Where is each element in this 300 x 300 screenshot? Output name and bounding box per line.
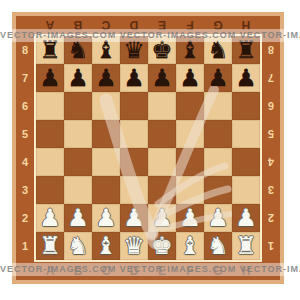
rank-label-left-6: 6	[16, 92, 34, 120]
square-e3	[148, 176, 176, 204]
square-b5	[64, 120, 92, 148]
rank-label-right-6: 6	[262, 92, 280, 120]
square-c6	[92, 92, 120, 120]
white-king-piece: ♚	[151, 232, 173, 260]
square-h6	[232, 92, 260, 120]
white-bishop-piece: ♝	[179, 232, 201, 260]
white-pawn-piece: ♟	[235, 204, 257, 232]
square-e2: ♟	[148, 204, 176, 232]
square-a3	[36, 176, 64, 204]
chessboard-inner: ♜♞♝♛♚♝♞♜♟♟♟♟♟♟♟♟♟♟♟♟♟♟♟♟♜♞♝♛♚♝♞♜	[34, 34, 262, 262]
square-g4	[204, 148, 232, 176]
black-pawn-piece: ♟	[179, 64, 201, 92]
black-pawn-piece: ♟	[151, 64, 173, 92]
square-b1: ♞	[64, 232, 92, 260]
square-e5	[148, 120, 176, 148]
white-pawn-piece: ♟	[95, 204, 117, 232]
rank-label-left-5: 5	[16, 120, 34, 148]
square-f6	[176, 92, 204, 120]
rank-labels-left: 87654321	[16, 36, 34, 260]
square-f7: ♟	[176, 64, 204, 92]
white-knight-piece: ♞	[67, 232, 89, 260]
white-pawn-piece: ♟	[39, 204, 61, 232]
stock-image-page: ABCDEFGH ABCDEFGH 87654321 87654321 ♜♞♝♛…	[0, 0, 300, 300]
square-f4	[176, 148, 204, 176]
rank-label-left-7: 7	[16, 64, 34, 92]
rank-label-left-2: 2	[16, 204, 34, 232]
rank-label-left-1: 1	[16, 232, 34, 260]
rank-label-right-2: 2	[262, 204, 280, 232]
square-g6	[204, 92, 232, 120]
white-pawn-piece: ♟	[207, 204, 229, 232]
square-b3	[64, 176, 92, 204]
black-pawn-piece: ♟	[39, 64, 61, 92]
black-pawn-piece: ♟	[123, 64, 145, 92]
white-bishop-piece: ♝	[95, 232, 117, 260]
white-queen-piece: ♛	[123, 232, 145, 260]
black-pawn-piece: ♟	[207, 64, 229, 92]
square-e6	[148, 92, 176, 120]
square-b6	[64, 92, 92, 120]
rank-label-right-7: 7	[262, 64, 280, 92]
square-g1: ♞	[204, 232, 232, 260]
square-f2: ♟	[176, 204, 204, 232]
square-d4	[120, 148, 148, 176]
rank-label-right-1: 1	[262, 232, 280, 260]
square-h3	[232, 176, 260, 204]
square-g3	[204, 176, 232, 204]
square-c3	[92, 176, 120, 204]
white-knight-piece: ♞	[207, 232, 229, 260]
square-g5	[204, 120, 232, 148]
square-h2: ♟	[232, 204, 260, 232]
square-a2: ♟	[36, 204, 64, 232]
square-d6	[120, 92, 148, 120]
square-d3	[120, 176, 148, 204]
square-h4	[232, 148, 260, 176]
watermark-text-top: VECTOR-IMAGES.COM VECTOR-IMAGES.COM VECT…	[0, 29, 300, 42]
white-rook-piece: ♜	[235, 232, 257, 260]
black-pawn-piece: ♟	[95, 64, 117, 92]
square-c5	[92, 120, 120, 148]
white-rook-piece: ♜	[39, 232, 61, 260]
black-pawn-piece: ♟	[235, 64, 257, 92]
square-f1: ♝	[176, 232, 204, 260]
white-pawn-piece: ♟	[179, 204, 201, 232]
square-g2: ♟	[204, 204, 232, 232]
rank-label-left-3: 3	[16, 176, 34, 204]
square-d1: ♛	[120, 232, 148, 260]
square-g7: ♟	[204, 64, 232, 92]
rank-label-right-5: 5	[262, 120, 280, 148]
square-d5	[120, 120, 148, 148]
chessboard-frame: ABCDEFGH ABCDEFGH 87654321 87654321 ♜♞♝♛…	[12, 12, 284, 284]
square-c1: ♝	[92, 232, 120, 260]
rank-label-right-3: 3	[262, 176, 280, 204]
square-a6	[36, 92, 64, 120]
square-h5	[232, 120, 260, 148]
square-c2: ♟	[92, 204, 120, 232]
square-f3	[176, 176, 204, 204]
chessboard: ♜♞♝♛♚♝♞♜♟♟♟♟♟♟♟♟♟♟♟♟♟♟♟♟♜♞♝♛♚♝♞♜	[36, 36, 260, 260]
square-a1: ♜	[36, 232, 64, 260]
square-c7: ♟	[92, 64, 120, 92]
square-h7: ♟	[232, 64, 260, 92]
square-a4	[36, 148, 64, 176]
square-b7: ♟	[64, 64, 92, 92]
square-a7: ♟	[36, 64, 64, 92]
square-e7: ♟	[148, 64, 176, 92]
square-e1: ♚	[148, 232, 176, 260]
white-pawn-piece: ♟	[151, 204, 173, 232]
square-h1: ♜	[232, 232, 260, 260]
white-pawn-piece: ♟	[123, 204, 145, 232]
square-d7: ♟	[120, 64, 148, 92]
square-d2: ♟	[120, 204, 148, 232]
square-e4	[148, 148, 176, 176]
white-pawn-piece: ♟	[67, 204, 89, 232]
rank-label-left-4: 4	[16, 148, 34, 176]
rank-labels-right: 87654321	[262, 36, 280, 260]
square-b2: ♟	[64, 204, 92, 232]
black-pawn-piece: ♟	[67, 64, 89, 92]
square-b4	[64, 148, 92, 176]
rank-label-right-4: 4	[262, 148, 280, 176]
chessboard-border: ABCDEFGH ABCDEFGH 87654321 87654321 ♜♞♝♛…	[16, 16, 280, 280]
watermark-text-bottom: VECTOR-IMAGES.COM VECTOR-IMAGES.COM VECT…	[0, 263, 300, 276]
square-c4	[92, 148, 120, 176]
square-a5	[36, 120, 64, 148]
square-f5	[176, 120, 204, 148]
